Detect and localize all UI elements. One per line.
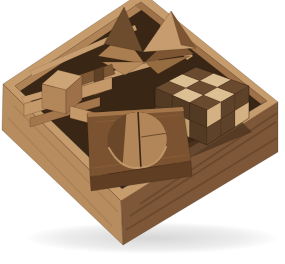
product-photo — [0, 0, 285, 264]
frame-circle-puzzle — [87, 106, 192, 191]
puzzle-box-illustration — [0, 0, 285, 264]
